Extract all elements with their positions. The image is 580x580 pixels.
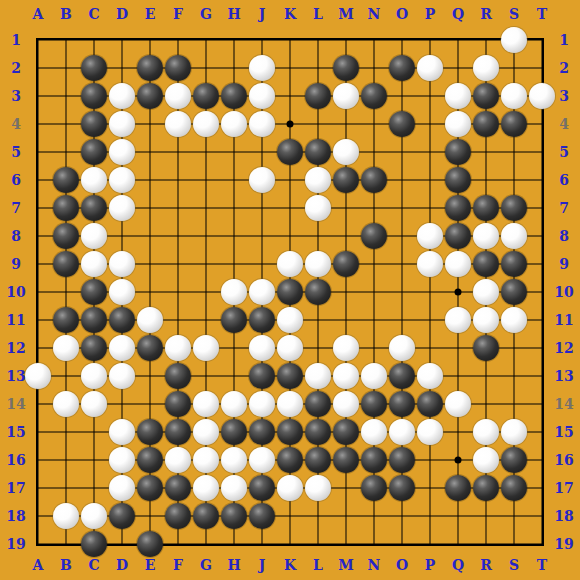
white-stone-O12 <box>389 335 415 361</box>
white-stone-S8 <box>501 223 527 249</box>
white-stone-Q11 <box>445 307 471 333</box>
white-stone-Q9 <box>445 251 471 277</box>
white-stone-D9 <box>109 251 135 277</box>
coord-label-bottom-Q: Q <box>452 558 464 572</box>
white-stone-G15 <box>193 419 219 445</box>
white-stone-K11 <box>277 307 303 333</box>
white-stone-H16 <box>221 447 247 473</box>
white-stone-B14 <box>53 391 79 417</box>
black-stone-J15 <box>249 419 275 445</box>
coord-label-bottom-F: F <box>173 558 183 572</box>
coord-label-bottom-R: R <box>480 558 492 572</box>
white-stone-P13 <box>417 363 443 389</box>
black-stone-E17 <box>137 475 163 501</box>
white-stone-R16 <box>473 447 499 473</box>
white-stone-D3 <box>109 83 135 109</box>
black-stone-M6 <box>333 167 359 193</box>
black-stone-J13 <box>249 363 275 389</box>
white-stone-K14 <box>277 391 303 417</box>
coord-label-bottom-G: G <box>200 558 212 572</box>
star-point-Q16 <box>455 457 462 464</box>
coord-label-top-P: P <box>425 7 436 21</box>
coord-label-left-6: 6 <box>11 173 21 187</box>
coord-label-top-S: S <box>509 7 519 21</box>
coord-label-top-D: D <box>116 7 128 21</box>
coord-label-top-O: O <box>396 7 408 21</box>
white-stone-R10 <box>473 279 499 305</box>
black-stone-F17 <box>165 475 191 501</box>
white-stone-A13 <box>25 363 51 389</box>
black-stone-C10 <box>81 279 107 305</box>
black-stone-O16 <box>389 447 415 473</box>
black-stone-M2 <box>333 55 359 81</box>
coord-label-top-R: R <box>480 7 492 21</box>
coord-label-left-7: 7 <box>11 201 21 215</box>
black-stone-Q6 <box>445 167 471 193</box>
coord-label-top-N: N <box>368 7 381 21</box>
black-stone-L3 <box>305 83 331 109</box>
black-stone-F15 <box>165 419 191 445</box>
white-stone-S15 <box>501 419 527 445</box>
black-stone-O13 <box>389 363 415 389</box>
coord-label-left-2: 2 <box>11 61 21 75</box>
black-stone-C4 <box>81 111 107 137</box>
white-stone-B18 <box>53 503 79 529</box>
white-stone-D16 <box>109 447 135 473</box>
white-stone-P2 <box>417 55 443 81</box>
coord-label-right-16: 16 <box>554 453 573 467</box>
black-stone-R3 <box>473 83 499 109</box>
black-stone-M15 <box>333 419 359 445</box>
white-stone-M14 <box>333 391 359 417</box>
coord-label-bottom-L: L <box>313 558 323 572</box>
white-stone-G14 <box>193 391 219 417</box>
black-stone-F2 <box>165 55 191 81</box>
coord-label-right-11: 11 <box>554 313 573 327</box>
white-stone-S3 <box>501 83 527 109</box>
white-stone-M12 <box>333 335 359 361</box>
white-stone-R11 <box>473 307 499 333</box>
coord-label-right-9: 9 <box>559 257 569 271</box>
coord-label-right-17: 17 <box>554 481 573 495</box>
black-stone-F13 <box>165 363 191 389</box>
coord-label-bottom-B: B <box>60 558 72 572</box>
coord-label-top-C: C <box>88 7 99 21</box>
black-stone-C19 <box>81 531 107 557</box>
black-stone-Q7 <box>445 195 471 221</box>
coord-label-top-K: K <box>284 7 296 21</box>
black-stone-N14 <box>361 391 387 417</box>
white-stone-D12 <box>109 335 135 361</box>
white-stone-G4 <box>193 111 219 137</box>
black-stone-R4 <box>473 111 499 137</box>
white-stone-R8 <box>473 223 499 249</box>
coord-label-left-1: 1 <box>11 33 21 47</box>
coord-label-right-15: 15 <box>554 425 573 439</box>
white-stone-S11 <box>501 307 527 333</box>
coord-label-bottom-O: O <box>396 558 408 572</box>
coord-label-top-A: A <box>33 7 44 21</box>
coord-label-right-2: 2 <box>559 61 569 75</box>
white-stone-D17 <box>109 475 135 501</box>
black-stone-E2 <box>137 55 163 81</box>
coord-label-left-14: 14 <box>6 397 25 411</box>
black-stone-O2 <box>389 55 415 81</box>
white-stone-R2 <box>473 55 499 81</box>
black-stone-S17 <box>501 475 527 501</box>
black-stone-Q8 <box>445 223 471 249</box>
coord-label-left-12: 12 <box>6 341 25 355</box>
coord-label-left-17: 17 <box>6 481 25 495</box>
black-stone-J11 <box>249 307 275 333</box>
white-stone-D6 <box>109 167 135 193</box>
black-stone-D18 <box>109 503 135 529</box>
black-stone-N3 <box>361 83 387 109</box>
black-stone-R12 <box>473 335 499 361</box>
black-stone-C11 <box>81 307 107 333</box>
coord-label-left-16: 16 <box>6 453 25 467</box>
coord-label-right-14: 14 <box>554 397 573 411</box>
black-stone-H18 <box>221 503 247 529</box>
white-stone-K9 <box>277 251 303 277</box>
white-stone-J14 <box>249 391 275 417</box>
coord-label-left-11: 11 <box>6 313 25 327</box>
star-point-K4 <box>287 121 294 128</box>
go-board-app: AABBCCDDEEFFGGHHJJKKLLMMNNOOPPQQRRSSTT11… <box>0 0 580 580</box>
coord-label-right-4: 4 <box>559 117 569 131</box>
black-stone-F18 <box>165 503 191 529</box>
black-stone-H3 <box>221 83 247 109</box>
black-stone-B6 <box>53 167 79 193</box>
white-stone-J2 <box>249 55 275 81</box>
black-stone-D11 <box>109 307 135 333</box>
coord-label-right-7: 7 <box>559 201 569 215</box>
white-stone-T3 <box>529 83 555 109</box>
black-stone-B8 <box>53 223 79 249</box>
black-stone-K13 <box>277 363 303 389</box>
coord-label-left-10: 10 <box>6 285 25 299</box>
white-stone-Q14 <box>445 391 471 417</box>
black-stone-L15 <box>305 419 331 445</box>
white-stone-H17 <box>221 475 247 501</box>
white-stone-D5 <box>109 139 135 165</box>
white-stone-D4 <box>109 111 135 137</box>
coord-label-left-13: 13 <box>6 369 25 383</box>
coord-label-top-F: F <box>173 7 183 21</box>
white-stone-O15 <box>389 419 415 445</box>
black-stone-L14 <box>305 391 331 417</box>
black-stone-K5 <box>277 139 303 165</box>
black-stone-B11 <box>53 307 79 333</box>
black-stone-N16 <box>361 447 387 473</box>
coord-label-top-Q: Q <box>452 7 464 21</box>
coord-label-left-18: 18 <box>6 509 25 523</box>
coord-label-left-3: 3 <box>11 89 21 103</box>
white-stone-P9 <box>417 251 443 277</box>
black-stone-K10 <box>277 279 303 305</box>
black-stone-E15 <box>137 419 163 445</box>
coord-label-right-1: 1 <box>559 33 569 47</box>
black-stone-E12 <box>137 335 163 361</box>
white-stone-N15 <box>361 419 387 445</box>
black-stone-C3 <box>81 83 107 109</box>
white-stone-F4 <box>165 111 191 137</box>
white-stone-H4 <box>221 111 247 137</box>
coord-label-right-10: 10 <box>554 285 573 299</box>
white-stone-J16 <box>249 447 275 473</box>
black-stone-P14 <box>417 391 443 417</box>
black-stone-S9 <box>501 251 527 277</box>
white-stone-N13 <box>361 363 387 389</box>
black-stone-Q17 <box>445 475 471 501</box>
black-stone-E19 <box>137 531 163 557</box>
white-stone-G17 <box>193 475 219 501</box>
white-stone-D13 <box>109 363 135 389</box>
coord-label-top-E: E <box>145 7 156 21</box>
black-stone-S7 <box>501 195 527 221</box>
coord-label-top-H: H <box>227 7 240 21</box>
black-stone-O17 <box>389 475 415 501</box>
white-stone-C18 <box>81 503 107 529</box>
black-stone-H11 <box>221 307 247 333</box>
coord-label-bottom-K: K <box>284 558 296 572</box>
white-stone-R15 <box>473 419 499 445</box>
white-stone-H14 <box>221 391 247 417</box>
black-stone-K15 <box>277 419 303 445</box>
coord-label-bottom-A: A <box>33 558 44 572</box>
coord-label-bottom-M: M <box>338 558 354 572</box>
black-stone-L10 <box>305 279 331 305</box>
black-stone-C2 <box>81 55 107 81</box>
coord-label-left-19: 19 <box>6 537 25 551</box>
white-stone-S1 <box>501 27 527 53</box>
coord-label-left-5: 5 <box>11 145 21 159</box>
black-stone-M16 <box>333 447 359 473</box>
white-stone-J6 <box>249 167 275 193</box>
black-stone-B9 <box>53 251 79 277</box>
coord-label-bottom-N: N <box>368 558 381 572</box>
black-stone-K16 <box>277 447 303 473</box>
coord-label-right-18: 18 <box>554 509 573 523</box>
black-stone-G3 <box>193 83 219 109</box>
white-stone-L7 <box>305 195 331 221</box>
black-stone-E3 <box>137 83 163 109</box>
coord-label-left-8: 8 <box>11 229 21 243</box>
coord-label-right-5: 5 <box>559 145 569 159</box>
white-stone-Q3 <box>445 83 471 109</box>
coord-label-bottom-D: D <box>116 558 128 572</box>
black-stone-J18 <box>249 503 275 529</box>
coord-label-bottom-J: J <box>259 558 266 572</box>
white-stone-J10 <box>249 279 275 305</box>
white-stone-L13 <box>305 363 331 389</box>
white-stone-C13 <box>81 363 107 389</box>
coord-label-right-13: 13 <box>554 369 573 383</box>
black-stone-R7 <box>473 195 499 221</box>
white-stone-D10 <box>109 279 135 305</box>
white-stone-D7 <box>109 195 135 221</box>
white-stone-D15 <box>109 419 135 445</box>
white-stone-Q4 <box>445 111 471 137</box>
coord-label-right-19: 19 <box>554 537 573 551</box>
white-stone-J12 <box>249 335 275 361</box>
white-stone-M5 <box>333 139 359 165</box>
white-stone-P15 <box>417 419 443 445</box>
white-stone-H10 <box>221 279 247 305</box>
coord-label-bottom-H: H <box>227 558 240 572</box>
coord-label-right-3: 3 <box>559 89 569 103</box>
black-stone-G18 <box>193 503 219 529</box>
white-stone-C8 <box>81 223 107 249</box>
black-stone-S16 <box>501 447 527 473</box>
white-stone-J3 <box>249 83 275 109</box>
black-stone-M9 <box>333 251 359 277</box>
star-point-Q10 <box>455 289 462 296</box>
white-stone-C14 <box>81 391 107 417</box>
black-stone-H15 <box>221 419 247 445</box>
black-stone-Q5 <box>445 139 471 165</box>
white-stone-C6 <box>81 167 107 193</box>
black-stone-N8 <box>361 223 387 249</box>
white-stone-M3 <box>333 83 359 109</box>
coord-label-right-6: 6 <box>559 173 569 187</box>
white-stone-F3 <box>165 83 191 109</box>
black-stone-B7 <box>53 195 79 221</box>
black-stone-S4 <box>501 111 527 137</box>
coord-label-top-L: L <box>313 7 323 21</box>
black-stone-C5 <box>81 139 107 165</box>
black-stone-S10 <box>501 279 527 305</box>
coord-label-top-B: B <box>60 7 72 21</box>
white-stone-L6 <box>305 167 331 193</box>
black-stone-C12 <box>81 335 107 361</box>
white-stone-G16 <box>193 447 219 473</box>
coord-label-bottom-E: E <box>145 558 156 572</box>
coord-label-bottom-S: S <box>509 558 519 572</box>
coord-label-right-8: 8 <box>559 229 569 243</box>
black-stone-L5 <box>305 139 331 165</box>
white-stone-P8 <box>417 223 443 249</box>
coord-label-bottom-P: P <box>425 558 436 572</box>
white-stone-K12 <box>277 335 303 361</box>
coord-label-left-4: 4 <box>11 117 21 131</box>
black-stone-C7 <box>81 195 107 221</box>
white-stone-F16 <box>165 447 191 473</box>
white-stone-C9 <box>81 251 107 277</box>
black-stone-O4 <box>389 111 415 137</box>
white-stone-J4 <box>249 111 275 137</box>
black-stone-N6 <box>361 167 387 193</box>
white-stone-F12 <box>165 335 191 361</box>
coord-label-top-T: T <box>537 7 547 21</box>
coord-label-left-15: 15 <box>6 425 25 439</box>
coord-label-top-J: J <box>259 7 266 21</box>
white-stone-G12 <box>193 335 219 361</box>
white-stone-M13 <box>333 363 359 389</box>
white-stone-K17 <box>277 475 303 501</box>
black-stone-R17 <box>473 475 499 501</box>
coord-label-top-G: G <box>200 7 212 21</box>
black-stone-J17 <box>249 475 275 501</box>
black-stone-O14 <box>389 391 415 417</box>
black-stone-E16 <box>137 447 163 473</box>
black-stone-N17 <box>361 475 387 501</box>
coord-label-bottom-T: T <box>537 558 547 572</box>
black-stone-F14 <box>165 391 191 417</box>
coord-label-bottom-C: C <box>88 558 99 572</box>
black-stone-L16 <box>305 447 331 473</box>
white-stone-L9 <box>305 251 331 277</box>
coord-label-top-M: M <box>338 7 354 21</box>
coord-label-right-12: 12 <box>554 341 573 355</box>
black-stone-R9 <box>473 251 499 277</box>
white-stone-L17 <box>305 475 331 501</box>
white-stone-E11 <box>137 307 163 333</box>
coord-label-left-9: 9 <box>11 257 21 271</box>
white-stone-B12 <box>53 335 79 361</box>
